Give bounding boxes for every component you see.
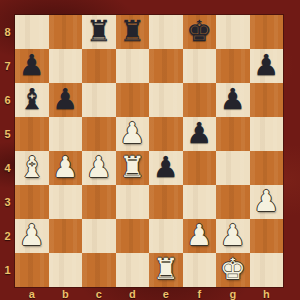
rank-labels: 87654321	[0, 15, 15, 287]
square-b3	[49, 185, 83, 219]
square-f2: ♟	[183, 219, 217, 253]
square-c3	[82, 185, 116, 219]
square-f5: ♟	[183, 117, 217, 151]
white-pawn-h3: ♟	[253, 187, 279, 216]
file-label-c: c	[82, 287, 116, 300]
square-e5	[149, 117, 183, 151]
black-rook-d8: ♜	[119, 17, 145, 46]
square-g4	[216, 151, 250, 185]
square-e1: ♜	[149, 253, 183, 287]
square-e2	[149, 219, 183, 253]
square-e8	[149, 15, 183, 49]
rank-label-5: 5	[0, 117, 15, 151]
white-pawn-a2: ♟	[19, 221, 45, 250]
square-b5	[49, 117, 83, 151]
black-pawn-a7: ♟	[19, 51, 45, 80]
black-pawn-g6: ♟	[220, 85, 246, 114]
square-g6: ♟	[216, 83, 250, 117]
white-pawn-g2: ♟	[220, 221, 246, 250]
square-f7	[183, 49, 217, 83]
square-h6	[250, 83, 284, 117]
rank-label-8: 8	[0, 15, 15, 49]
white-pawn-d5: ♟	[119, 119, 145, 148]
square-d2	[116, 219, 150, 253]
square-c1	[82, 253, 116, 287]
square-g3	[216, 185, 250, 219]
square-d8: ♜	[116, 15, 150, 49]
square-e3	[149, 185, 183, 219]
square-h5	[250, 117, 284, 151]
rank-label-3: 3	[0, 185, 15, 219]
file-label-f: f	[183, 287, 217, 300]
black-pawn-f5: ♟	[186, 119, 212, 148]
square-h4	[250, 151, 284, 185]
square-h2	[250, 219, 284, 253]
file-label-e: e	[149, 287, 183, 300]
square-d4: ♜	[116, 151, 150, 185]
chess-diagram-frame: 87654321 ♜♜♚♟♟♝♟♟♟♟♝♟♟♜♟♟♟♟♟♜♚ abcdefgh	[0, 0, 300, 300]
white-pawn-b4: ♟	[52, 153, 78, 182]
black-pawn-h7: ♟	[253, 51, 279, 80]
square-a3	[15, 185, 49, 219]
square-a7: ♟	[15, 49, 49, 83]
square-f8: ♚	[183, 15, 217, 49]
square-h1	[250, 253, 284, 287]
square-a1	[15, 253, 49, 287]
white-pawn-c4: ♟	[86, 153, 112, 182]
white-bishop-a4: ♝	[19, 153, 45, 182]
square-c7	[82, 49, 116, 83]
file-label-g: g	[216, 287, 250, 300]
square-d7	[116, 49, 150, 83]
file-label-d: d	[116, 287, 150, 300]
square-g5	[216, 117, 250, 151]
square-a4: ♝	[15, 151, 49, 185]
square-a6: ♝	[15, 83, 49, 117]
square-b8	[49, 15, 83, 49]
black-rook-c8: ♜	[86, 17, 112, 46]
square-f4	[183, 151, 217, 185]
file-label-h: h	[250, 287, 284, 300]
square-b1	[49, 253, 83, 287]
black-king-f8: ♚	[186, 17, 212, 46]
square-d5: ♟	[116, 117, 150, 151]
white-rook-e1: ♜	[153, 255, 179, 284]
white-pawn-f2: ♟	[186, 221, 212, 250]
square-f1	[183, 253, 217, 287]
file-label-a: a	[15, 287, 49, 300]
rank-label-2: 2	[0, 219, 15, 253]
square-c5	[82, 117, 116, 151]
square-d6	[116, 83, 150, 117]
square-h7: ♟	[250, 49, 284, 83]
rank-label-7: 7	[0, 49, 15, 83]
square-c4: ♟	[82, 151, 116, 185]
square-h8	[250, 15, 284, 49]
white-king-g1: ♚	[220, 255, 246, 284]
square-a2: ♟	[15, 219, 49, 253]
square-c6	[82, 83, 116, 117]
square-a5	[15, 117, 49, 151]
square-b6: ♟	[49, 83, 83, 117]
rank-label-1: 1	[0, 253, 15, 287]
chess-board: ♜♜♚♟♟♝♟♟♟♟♝♟♟♜♟♟♟♟♟♜♚	[15, 15, 283, 287]
square-h3: ♟	[250, 185, 284, 219]
square-f6	[183, 83, 217, 117]
square-c2	[82, 219, 116, 253]
file-label-b: b	[49, 287, 83, 300]
square-d3	[116, 185, 150, 219]
square-g1: ♚	[216, 253, 250, 287]
square-d1	[116, 253, 150, 287]
square-b4: ♟	[49, 151, 83, 185]
square-b2	[49, 219, 83, 253]
square-e6	[149, 83, 183, 117]
white-rook-d4: ♜	[119, 153, 145, 182]
rank-label-6: 6	[0, 83, 15, 117]
square-c8: ♜	[82, 15, 116, 49]
square-g7	[216, 49, 250, 83]
square-g2: ♟	[216, 219, 250, 253]
file-labels: abcdefgh	[15, 287, 283, 300]
black-pawn-b6: ♟	[52, 85, 78, 114]
square-f3	[183, 185, 217, 219]
square-a8	[15, 15, 49, 49]
square-e7	[149, 49, 183, 83]
square-g8	[216, 15, 250, 49]
square-b7	[49, 49, 83, 83]
black-pawn-e4: ♟	[153, 153, 179, 182]
square-e4: ♟	[149, 151, 183, 185]
black-bishop-a6: ♝	[19, 85, 45, 114]
rank-label-4: 4	[0, 151, 15, 185]
